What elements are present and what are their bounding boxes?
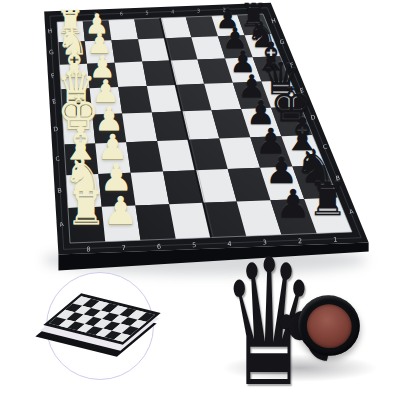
folded-board-inset — [46, 272, 154, 380]
coord-bottom: 8 — [86, 245, 90, 253]
coord-top: 4 — [171, 8, 174, 14]
folded-board — [61, 299, 141, 343]
coord-top: 8 — [68, 12, 71, 18]
coord-bottom: 1 — [333, 236, 337, 244]
coord-bottom: 7 — [122, 244, 126, 252]
black-pawn-lying-piece: ♟ — [274, 279, 378, 372]
coord-top: 1 — [248, 5, 251, 11]
felt-pad — [300, 297, 358, 354]
coord-top: 2 — [223, 6, 226, 12]
coord-bottom: 6 — [157, 242, 161, 250]
product-photo: 88HH77GG66FF55EE44DD33CC22BB11AA ♜♞♝♛♚♝♞… — [0, 0, 400, 400]
coord-bottom: 5 — [192, 241, 196, 249]
coord-top: 3 — [197, 7, 200, 13]
coord-top: 7 — [94, 11, 97, 17]
coord-top: 6 — [120, 10, 123, 16]
coord-top: 5 — [145, 9, 148, 15]
